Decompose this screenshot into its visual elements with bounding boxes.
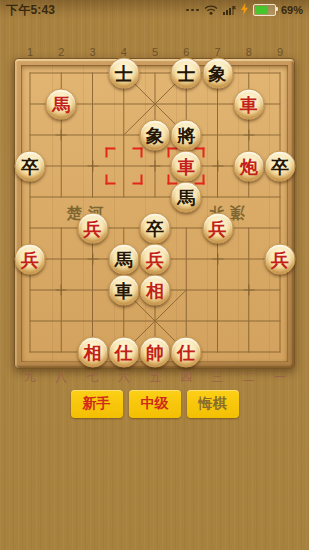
intermediate-button[interactable]: 中级 <box>129 390 181 418</box>
star-point <box>212 161 223 172</box>
star-point <box>56 285 67 296</box>
bottom-coordinate-3: 七 <box>87 369 99 386</box>
piece-red-elephant[interactable]: 相 <box>77 337 108 368</box>
piece-red-chariot[interactable]: 車 <box>171 151 202 182</box>
piece-black-advisor[interactable]: 士 <box>171 58 202 89</box>
bottom-coordinate-4: 六 <box>118 369 130 386</box>
piece-red-soldier[interactable]: 兵 <box>15 244 46 275</box>
piece-red-general[interactable]: 帥 <box>140 337 171 368</box>
star-point <box>243 285 254 296</box>
play-layer: 士士象馬車象將卒車炮卒馬兵卒兵兵馬兵兵車相相仕帥仕 <box>0 0 309 392</box>
piece-red-advisor[interactable]: 仕 <box>171 337 202 368</box>
piece-black-horse[interactable]: 馬 <box>171 182 202 213</box>
piece-black-horse[interactable]: 馬 <box>108 244 139 275</box>
piece-red-chariot[interactable]: 車 <box>233 89 264 120</box>
undo-move-button[interactable]: 悔棋 <box>187 390 239 418</box>
bottom-coordinate-1: 九 <box>24 369 36 386</box>
piece-red-advisor[interactable]: 仕 <box>108 337 139 368</box>
piece-red-cannon[interactable]: 炮 <box>233 151 264 182</box>
piece-black-chariot[interactable]: 車 <box>108 275 139 306</box>
star-point <box>87 254 98 265</box>
star-point <box>150 161 161 172</box>
piece-black-soldier[interactable]: 卒 <box>265 151 296 182</box>
star-point <box>243 130 254 141</box>
bottom-coordinate-5: 五 <box>149 369 161 386</box>
bottom-coordinate-8: 二 <box>243 369 255 386</box>
star-point <box>56 130 67 141</box>
piece-red-soldier[interactable]: 兵 <box>140 244 171 275</box>
bottom-coordinate-9: 一 <box>274 369 286 386</box>
star-point <box>87 161 98 172</box>
last-move-from-marker <box>105 148 142 185</box>
novice-button[interactable]: 新手 <box>71 390 123 418</box>
controls-bar: 新手中级悔棋 <box>0 390 309 418</box>
piece-red-soldier[interactable]: 兵 <box>265 244 296 275</box>
bottom-coordinate-7: 三 <box>212 369 224 386</box>
piece-black-soldier[interactable]: 卒 <box>15 151 46 182</box>
piece-red-horse[interactable]: 馬 <box>46 89 77 120</box>
app-screen: 下午5:43 69% 123456789 楚河 漢界 <box>0 0 309 550</box>
piece-black-general[interactable]: 將 <box>171 120 202 151</box>
piece-black-elephant[interactable]: 象 <box>202 58 233 89</box>
bottom-coordinate-2: 八 <box>55 369 67 386</box>
piece-black-advisor[interactable]: 士 <box>108 58 139 89</box>
star-point <box>212 254 223 265</box>
bottom-coordinate-6: 四 <box>180 369 192 386</box>
piece-black-soldier[interactable]: 卒 <box>140 213 171 244</box>
piece-red-soldier[interactable]: 兵 <box>202 213 233 244</box>
piece-black-elephant[interactable]: 象 <box>140 120 171 151</box>
bottom-coordinates: 九八七六五四三二一 <box>0 369 309 383</box>
piece-red-soldier[interactable]: 兵 <box>77 213 108 244</box>
piece-red-elephant[interactable]: 相 <box>140 275 171 306</box>
